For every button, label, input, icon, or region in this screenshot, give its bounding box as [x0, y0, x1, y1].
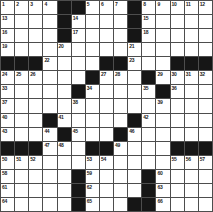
clue-number: 9	[157, 1, 159, 7]
grid-cell[interactable]	[100, 85, 113, 98]
grid-cell[interactable]	[114, 85, 127, 98]
black-square	[72, 170, 85, 183]
grid-cell[interactable]: 36	[171, 85, 184, 98]
grid-cell[interactable]	[29, 15, 42, 28]
grid-cell[interactable]: 33	[1, 85, 14, 98]
grid-cell[interactable]	[199, 198, 212, 211]
clue-number: 16	[2, 29, 7, 35]
grid-cell[interactable]	[128, 170, 141, 183]
grid-cell[interactable]	[86, 114, 99, 127]
clue-number: 24	[2, 71, 7, 77]
grid-cell[interactable]	[29, 128, 42, 141]
clue-number: 32	[200, 71, 205, 77]
grid-cell[interactable]	[100, 15, 113, 28]
clue-number: 52	[30, 156, 35, 162]
grid-cell[interactable]: 8	[142, 1, 155, 14]
grid-cell[interactable]	[58, 184, 71, 197]
grid-cell[interactable]: 46	[128, 128, 141, 141]
black-square	[15, 57, 28, 70]
black-square	[142, 184, 155, 197]
grid-cell[interactable]	[171, 128, 184, 141]
black-square	[1, 57, 14, 70]
grid-cell[interactable]	[185, 114, 198, 127]
black-square	[58, 1, 71, 14]
grid-cell[interactable]: 51	[15, 156, 28, 169]
grid-cell[interactable]	[128, 142, 141, 155]
clue-number: 44	[44, 128, 49, 134]
grid-cell[interactable]	[100, 128, 113, 141]
grid-cell[interactable]: 43	[1, 128, 14, 141]
grid-cell[interactable]: 52	[29, 156, 42, 169]
grid-cell[interactable]: 4	[43, 1, 56, 14]
clue-number: 25	[16, 71, 21, 77]
clue-number: 8	[143, 1, 145, 7]
grid-cell[interactable]: 42	[142, 114, 155, 127]
grid-cell[interactable]	[72, 114, 85, 127]
grid-cell[interactable]	[29, 43, 42, 56]
clue-number: 49	[115, 142, 120, 148]
grid-cell[interactable]	[15, 99, 28, 112]
grid-cell[interactable]	[58, 71, 71, 84]
clue-number: 36	[172, 85, 177, 91]
grid-cell[interactable]	[142, 99, 155, 112]
clue-number: 14	[73, 15, 78, 21]
black-square	[43, 114, 56, 127]
grid-cell[interactable]	[29, 114, 42, 127]
black-square	[128, 198, 141, 211]
grid-cell[interactable]	[114, 114, 127, 127]
grid-cell[interactable]	[58, 170, 71, 183]
clue-number: 7	[115, 1, 117, 7]
grid-cell[interactable]	[142, 57, 155, 70]
grid-cell[interactable]: 65	[86, 198, 99, 211]
grid-cell[interactable]: 50	[1, 156, 14, 169]
grid-cell[interactable]: 48	[58, 142, 71, 155]
grid-cell[interactable]: 10	[171, 1, 184, 14]
grid-cell[interactable]	[185, 43, 198, 56]
grid-cell[interactable]	[171, 170, 184, 183]
grid-cell[interactable]	[156, 43, 169, 56]
clue-number: 42	[143, 114, 148, 120]
grid-cell[interactable]	[199, 114, 212, 127]
black-square	[100, 142, 113, 155]
black-square	[86, 71, 99, 84]
clue-number: 45	[73, 128, 78, 134]
grid-cell[interactable]	[100, 114, 113, 127]
grid-cell[interactable]: 56	[185, 156, 198, 169]
grid-cell[interactable]	[72, 71, 85, 84]
black-square	[142, 198, 155, 211]
grid-cell[interactable]: 62	[86, 184, 99, 197]
grid-cell[interactable]: 16	[1, 29, 14, 42]
clue-number: 62	[87, 184, 92, 190]
grid-cell[interactable]	[171, 29, 184, 42]
grid-cell[interactable]	[15, 184, 28, 197]
black-square	[128, 15, 141, 28]
grid-cell[interactable]	[86, 128, 99, 141]
grid-cell[interactable]	[199, 85, 212, 98]
grid-cell[interactable]	[29, 198, 42, 211]
grid-cell[interactable]	[29, 99, 42, 112]
grid-cell[interactable]: 45	[72, 128, 85, 141]
clue-number: 64	[2, 198, 7, 204]
grid-cell[interactable]	[156, 156, 169, 169]
grid-cell[interactable]	[58, 156, 71, 169]
clue-number: 59	[87, 170, 92, 176]
grid-cell[interactable]	[43, 15, 56, 28]
clue-number: 54	[101, 156, 106, 162]
clue-number: 55	[172, 156, 177, 162]
black-square	[58, 29, 71, 42]
clue-number: 28	[115, 71, 120, 77]
clue-number: 33	[2, 85, 7, 91]
grid-cell[interactable]	[43, 85, 56, 98]
grid-cell[interactable]	[100, 170, 113, 183]
clue-number: 19	[2, 43, 7, 49]
grid-cell[interactable]: 7	[114, 1, 127, 14]
grid-cell[interactable]	[15, 198, 28, 211]
grid-cell[interactable]	[86, 15, 99, 28]
grid-cell[interactable]	[114, 43, 127, 56]
grid-cell[interactable]	[156, 142, 169, 155]
grid-cell[interactable]	[171, 15, 184, 28]
grid-cell[interactable]	[15, 85, 28, 98]
clue-number: 20	[59, 43, 64, 49]
grid-cell[interactable]	[43, 43, 56, 56]
black-square	[72, 184, 85, 197]
grid-cell[interactable]	[199, 128, 212, 141]
grid-cell[interactable]	[185, 198, 198, 211]
grid-cell[interactable]	[114, 29, 127, 42]
clue-number: 63	[157, 184, 162, 190]
grid-cell[interactable]: 9	[156, 1, 169, 14]
clue-number: 47	[44, 142, 49, 148]
grid-cell[interactable]: 59	[86, 170, 99, 183]
grid-cell[interactable]	[128, 156, 141, 169]
grid-cell[interactable]: 54	[100, 156, 113, 169]
grid-cell[interactable]	[185, 184, 198, 197]
grid-cell[interactable]	[58, 99, 71, 112]
grid-cell[interactable]: 49	[114, 142, 127, 155]
clue-number: 60	[157, 170, 162, 176]
grid-cell[interactable]: 20	[58, 43, 71, 56]
grid-cell[interactable]: 6	[100, 1, 113, 14]
black-square	[128, 29, 141, 42]
grid-cell[interactable]: 58	[1, 170, 14, 183]
grid-cell[interactable]: 3	[29, 1, 42, 14]
black-square	[114, 128, 127, 141]
grid-cell[interactable]	[86, 43, 99, 56]
grid-cell[interactable]	[171, 114, 184, 127]
grid-cell[interactable]: 25	[15, 71, 28, 84]
grid-cell[interactable]	[185, 170, 198, 183]
black-square	[171, 57, 184, 70]
grid-cell[interactable]: 38	[72, 99, 85, 112]
black-square	[100, 57, 113, 70]
grid-cell[interactable]: 15	[142, 15, 155, 28]
grid-cell[interactable]	[128, 99, 141, 112]
black-square	[171, 142, 184, 155]
grid-cell[interactable]: 47	[43, 142, 56, 155]
grid-cell[interactable]: 64	[1, 198, 14, 211]
grid-cell[interactable]: 21	[128, 43, 141, 56]
grid-cell[interactable]: 55	[171, 156, 184, 169]
grid-cell[interactable]: 11	[185, 1, 198, 14]
grid-cell[interactable]	[43, 29, 56, 42]
black-square	[185, 142, 198, 155]
grid-cell[interactable]	[199, 99, 212, 112]
grid-cell[interactable]: 31	[185, 71, 198, 84]
grid-cell[interactable]	[72, 57, 85, 70]
grid-cell[interactable]: 13	[1, 15, 14, 28]
clue-number: 10	[172, 1, 177, 7]
grid-cell[interactable]	[142, 142, 155, 155]
clue-number: 3	[30, 1, 32, 7]
clue-number: 35	[143, 85, 148, 91]
clue-number: 58	[2, 170, 7, 176]
grid-cell[interactable]	[100, 43, 113, 56]
clue-number: 11	[186, 1, 191, 7]
grid-cell[interactable]	[15, 43, 28, 56]
grid-cell[interactable]: 14	[72, 15, 85, 28]
grid-cell[interactable]: 1	[1, 1, 14, 14]
grid-cell[interactable]	[156, 57, 169, 70]
clue-number: 37	[2, 99, 7, 105]
clue-number: 56	[186, 156, 191, 162]
grid-cell[interactable]	[43, 170, 56, 183]
grid-cell[interactable]: 23	[128, 57, 141, 70]
grid-cell[interactable]: 24	[1, 71, 14, 84]
clue-number: 66	[157, 198, 162, 204]
clue-number: 48	[59, 142, 64, 148]
grid-cell[interactable]: 29	[156, 71, 169, 84]
black-square	[72, 85, 85, 98]
clue-number: 21	[129, 43, 134, 49]
black-square	[29, 142, 42, 155]
grid-cell[interactable]	[199, 184, 212, 197]
clue-number: 61	[2, 184, 7, 190]
grid-cell[interactable]: 19	[1, 43, 14, 56]
grid-cell[interactable]	[114, 15, 127, 28]
grid-cell[interactable]	[156, 29, 169, 42]
clue-number: 31	[186, 71, 191, 77]
clue-number: 15	[143, 15, 148, 21]
grid-cell[interactable]	[156, 114, 169, 127]
clue-number: 27	[101, 71, 106, 77]
clue-number: 29	[157, 71, 162, 77]
grid-cell[interactable]	[128, 184, 141, 197]
grid-cell[interactable]	[142, 156, 155, 169]
clue-number: 57	[200, 156, 205, 162]
black-square	[114, 57, 127, 70]
grid-cell[interactable]	[100, 198, 113, 211]
clue-number: 51	[16, 156, 21, 162]
grid-cell[interactable]	[43, 71, 56, 84]
grid-cell[interactable]	[185, 85, 198, 98]
grid-cell[interactable]	[114, 170, 127, 183]
clue-number: 53	[87, 156, 92, 162]
grid-cell[interactable]	[171, 99, 184, 112]
grid-cell[interactable]	[156, 15, 169, 28]
grid-cell[interactable]	[114, 99, 127, 112]
grid-cell[interactable]	[100, 29, 113, 42]
grid-cell[interactable]	[156, 128, 169, 141]
grid-cell[interactable]	[86, 29, 99, 42]
grid-cell[interactable]	[15, 114, 28, 127]
grid-cell[interactable]: 18	[142, 29, 155, 42]
clue-number: 65	[87, 198, 92, 204]
clue-number: 4	[44, 1, 46, 7]
grid-cell[interactable]	[185, 29, 198, 42]
grid-cell[interactable]	[43, 184, 56, 197]
grid-cell[interactable]: 26	[29, 71, 42, 84]
grid-cell[interactable]: 5	[86, 1, 99, 14]
black-square	[72, 1, 85, 14]
grid-cell[interactable]	[43, 99, 56, 112]
black-square	[58, 128, 71, 141]
grid-cell[interactable]: 32	[199, 71, 212, 84]
grid-cell[interactable]	[72, 156, 85, 169]
grid-cell[interactable]	[142, 43, 155, 56]
grid-cell[interactable]	[58, 57, 71, 70]
clue-number: 18	[143, 29, 148, 35]
grid-cell[interactable]	[171, 43, 184, 56]
black-square	[29, 57, 42, 70]
black-square	[199, 142, 212, 155]
clue-number: 30	[172, 71, 177, 77]
clue-number: 1	[2, 1, 4, 7]
grid-cell[interactable]: 66	[156, 198, 169, 211]
black-square	[199, 57, 212, 70]
clue-number: 6	[101, 1, 103, 7]
grid-cell[interactable]: 37	[1, 99, 14, 112]
clue-number: 39	[157, 99, 162, 105]
grid-cell[interactable]: 40	[1, 114, 14, 127]
grid-cell[interactable]	[29, 85, 42, 98]
grid-cell[interactable]	[29, 29, 42, 42]
grid-cell[interactable]: 30	[171, 71, 184, 84]
grid-cell[interactable]	[15, 128, 28, 141]
grid-cell[interactable]	[43, 156, 56, 169]
grid-cell[interactable]	[58, 198, 71, 211]
grid-cell[interactable]: 12	[199, 1, 212, 14]
grid-cell[interactable]	[171, 198, 184, 211]
grid-cell[interactable]	[185, 15, 198, 28]
grid-cell[interactable]: 27	[100, 71, 113, 84]
clue-number: 12	[200, 1, 205, 7]
grid-cell[interactable]	[86, 57, 99, 70]
grid-cell[interactable]	[199, 170, 212, 183]
grid-cell[interactable]: 41	[58, 114, 71, 127]
grid-cell[interactable]: 17	[72, 29, 85, 42]
grid-cell[interactable]: 22	[43, 57, 56, 70]
black-square	[58, 15, 71, 28]
clue-number: 50	[2, 156, 7, 162]
grid-cell[interactable]: 61	[1, 184, 14, 197]
clue-number: 17	[73, 29, 78, 35]
grid-cell[interactable]	[171, 184, 184, 197]
grid-cell[interactable]: 39	[156, 99, 169, 112]
grid-cell[interactable]	[58, 85, 71, 98]
clue-number: 38	[73, 99, 78, 105]
clue-number: 43	[2, 128, 7, 134]
grid-cell[interactable]	[15, 15, 28, 28]
grid-cell[interactable]: 63	[156, 184, 169, 197]
grid-cell[interactable]	[199, 29, 212, 42]
grid-cell[interactable]	[185, 128, 198, 141]
clue-number: 46	[129, 128, 134, 134]
grid-cell[interactable]	[128, 71, 141, 84]
grid-cell[interactable]	[199, 43, 212, 56]
crossword-puzzle: 1234567891011121314151617181920212223242…	[0, 0, 213, 212]
grid-cell[interactable]	[86, 99, 99, 112]
grid-cell[interactable]	[100, 184, 113, 197]
clue-number: 40	[2, 114, 7, 120]
clue-number: 22	[44, 57, 49, 63]
black-square	[156, 85, 169, 98]
grid-cell[interactable]: 34	[86, 85, 99, 98]
black-square	[185, 57, 198, 70]
grid-cell[interactable]: 60	[156, 170, 169, 183]
grid-cell[interactable]	[114, 156, 127, 169]
grid-cell[interactable]	[142, 128, 155, 141]
grid-cell[interactable]	[15, 170, 28, 183]
clue-number: 5	[87, 1, 89, 7]
grid-cell[interactable]: 57	[199, 156, 212, 169]
grid-cell[interactable]: 53	[86, 156, 99, 169]
grid-cell[interactable]	[114, 184, 127, 197]
grid-cell[interactable]	[29, 184, 42, 197]
black-square	[15, 142, 28, 155]
black-square	[86, 142, 99, 155]
clue-number: 13	[2, 15, 7, 21]
grid-cell[interactable]	[15, 29, 28, 42]
grid-cell[interactable]	[100, 99, 113, 112]
grid-cell[interactable]: 2	[15, 1, 28, 14]
crossword-grid: 1234567891011121314151617181920212223242…	[0, 0, 213, 212]
black-square	[142, 71, 155, 84]
grid-cell[interactable]	[43, 198, 56, 211]
grid-cell[interactable]	[72, 43, 85, 56]
black-square	[128, 1, 141, 14]
grid-cell[interactable]	[199, 15, 212, 28]
grid-cell[interactable]	[114, 198, 127, 211]
black-square	[128, 114, 141, 127]
clue-number: 41	[59, 114, 64, 120]
grid-cell[interactable]	[72, 142, 85, 155]
black-square	[142, 170, 155, 183]
grid-cell[interactable]: 44	[43, 128, 56, 141]
clue-number: 34	[87, 85, 92, 91]
clue-number: 26	[30, 71, 35, 77]
grid-cell[interactable]	[29, 170, 42, 183]
clue-number: 2	[16, 1, 18, 7]
black-square	[72, 198, 85, 211]
grid-cell[interactable]	[128, 85, 141, 98]
black-square	[1, 142, 14, 155]
clue-number: 23	[129, 57, 134, 63]
grid-cell[interactable]: 35	[142, 85, 155, 98]
grid-cell[interactable]: 28	[114, 71, 127, 84]
grid-cell[interactable]	[185, 99, 198, 112]
